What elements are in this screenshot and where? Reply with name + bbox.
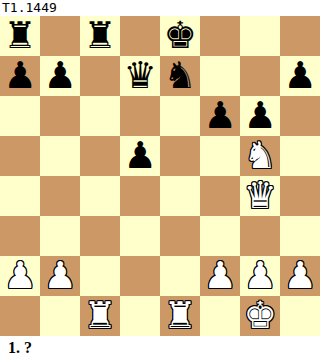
white-pawn-piece[interactable]: ♟ (3, 256, 36, 296)
square-h1[interactable] (280, 296, 320, 336)
square-f3[interactable] (200, 216, 240, 256)
black-pawn-piece[interactable]: ♟ (283, 56, 316, 96)
square-d1[interactable] (120, 296, 160, 336)
square-c8[interactable]: ♜ (80, 16, 120, 56)
white-rook-piece[interactable]: ♜ (163, 296, 196, 336)
square-h7[interactable]: ♟ (280, 56, 320, 96)
square-g2[interactable]: ♟ (240, 256, 280, 296)
puzzle-id-title: T1.1449 (0, 0, 320, 16)
square-f6[interactable]: ♟ (200, 96, 240, 136)
square-c7[interactable] (80, 56, 120, 96)
white-knight-piece[interactable]: ♞ (243, 136, 276, 176)
square-g1[interactable]: ♚ (240, 296, 280, 336)
square-c6[interactable] (80, 96, 120, 136)
square-b4[interactable] (40, 176, 80, 216)
square-d2[interactable] (120, 256, 160, 296)
black-knight-piece[interactable]: ♞ (163, 56, 196, 96)
square-f1[interactable] (200, 296, 240, 336)
square-f7[interactable] (200, 56, 240, 96)
square-e5[interactable] (160, 136, 200, 176)
square-d6[interactable] (120, 96, 160, 136)
black-pawn-piece[interactable]: ♟ (3, 56, 36, 96)
square-c4[interactable] (80, 176, 120, 216)
square-d3[interactable] (120, 216, 160, 256)
square-g4[interactable]: ♛ (240, 176, 280, 216)
black-pawn-piece[interactable]: ♟ (123, 136, 156, 176)
square-b7[interactable]: ♟ (40, 56, 80, 96)
square-a6[interactable] (0, 96, 40, 136)
square-e2[interactable] (160, 256, 200, 296)
square-a1[interactable] (0, 296, 40, 336)
white-pawn-piece[interactable]: ♟ (203, 256, 236, 296)
square-d8[interactable] (120, 16, 160, 56)
square-h3[interactable] (280, 216, 320, 256)
square-c1[interactable]: ♜ (80, 296, 120, 336)
square-a5[interactable] (0, 136, 40, 176)
square-b5[interactable] (40, 136, 80, 176)
square-a8[interactable]: ♜ (0, 16, 40, 56)
square-a3[interactable] (0, 216, 40, 256)
white-king-piece[interactable]: ♚ (243, 296, 276, 336)
square-b8[interactable] (40, 16, 80, 56)
square-h8[interactable] (280, 16, 320, 56)
square-d4[interactable] (120, 176, 160, 216)
square-a7[interactable]: ♟ (0, 56, 40, 96)
square-b1[interactable] (40, 296, 80, 336)
square-f5[interactable] (200, 136, 240, 176)
square-f2[interactable]: ♟ (200, 256, 240, 296)
square-e7[interactable]: ♞ (160, 56, 200, 96)
chess-board: ♜♜♚♟♟♛♞♟♟♟♟♞♛♟♟♟♟♟♜♜♚ (0, 16, 320, 336)
black-pawn-piece[interactable]: ♟ (203, 96, 236, 136)
white-pawn-piece[interactable]: ♟ (43, 256, 76, 296)
black-pawn-piece[interactable]: ♟ (43, 56, 76, 96)
square-c3[interactable] (80, 216, 120, 256)
square-e1[interactable]: ♜ (160, 296, 200, 336)
square-a2[interactable]: ♟ (0, 256, 40, 296)
square-g5[interactable]: ♞ (240, 136, 280, 176)
square-g7[interactable] (240, 56, 280, 96)
square-g8[interactable] (240, 16, 280, 56)
black-king-piece[interactable]: ♚ (163, 16, 196, 56)
black-rook-piece[interactable]: ♜ (3, 16, 36, 56)
black-queen-piece[interactable]: ♛ (123, 56, 156, 96)
square-c2[interactable] (80, 256, 120, 296)
white-pawn-piece[interactable]: ♟ (283, 256, 316, 296)
square-d5[interactable]: ♟ (120, 136, 160, 176)
square-g3[interactable] (240, 216, 280, 256)
square-h6[interactable] (280, 96, 320, 136)
white-queen-piece[interactable]: ♛ (243, 176, 276, 216)
square-h4[interactable] (280, 176, 320, 216)
square-g6[interactable]: ♟ (240, 96, 280, 136)
square-e8[interactable]: ♚ (160, 16, 200, 56)
square-h2[interactable]: ♟ (280, 256, 320, 296)
move-prompt: 1. ? (0, 336, 320, 360)
square-a4[interactable] (0, 176, 40, 216)
square-b2[interactable]: ♟ (40, 256, 80, 296)
square-f4[interactable] (200, 176, 240, 216)
square-f8[interactable] (200, 16, 240, 56)
square-e6[interactable] (160, 96, 200, 136)
square-e3[interactable] (160, 216, 200, 256)
white-rook-piece[interactable]: ♜ (83, 296, 116, 336)
square-b6[interactable] (40, 96, 80, 136)
white-pawn-piece[interactable]: ♟ (243, 256, 276, 296)
square-e4[interactable] (160, 176, 200, 216)
square-h5[interactable] (280, 136, 320, 176)
square-d7[interactable]: ♛ (120, 56, 160, 96)
square-c5[interactable] (80, 136, 120, 176)
black-rook-piece[interactable]: ♜ (83, 16, 116, 56)
black-pawn-piece[interactable]: ♟ (243, 96, 276, 136)
square-b3[interactable] (40, 216, 80, 256)
